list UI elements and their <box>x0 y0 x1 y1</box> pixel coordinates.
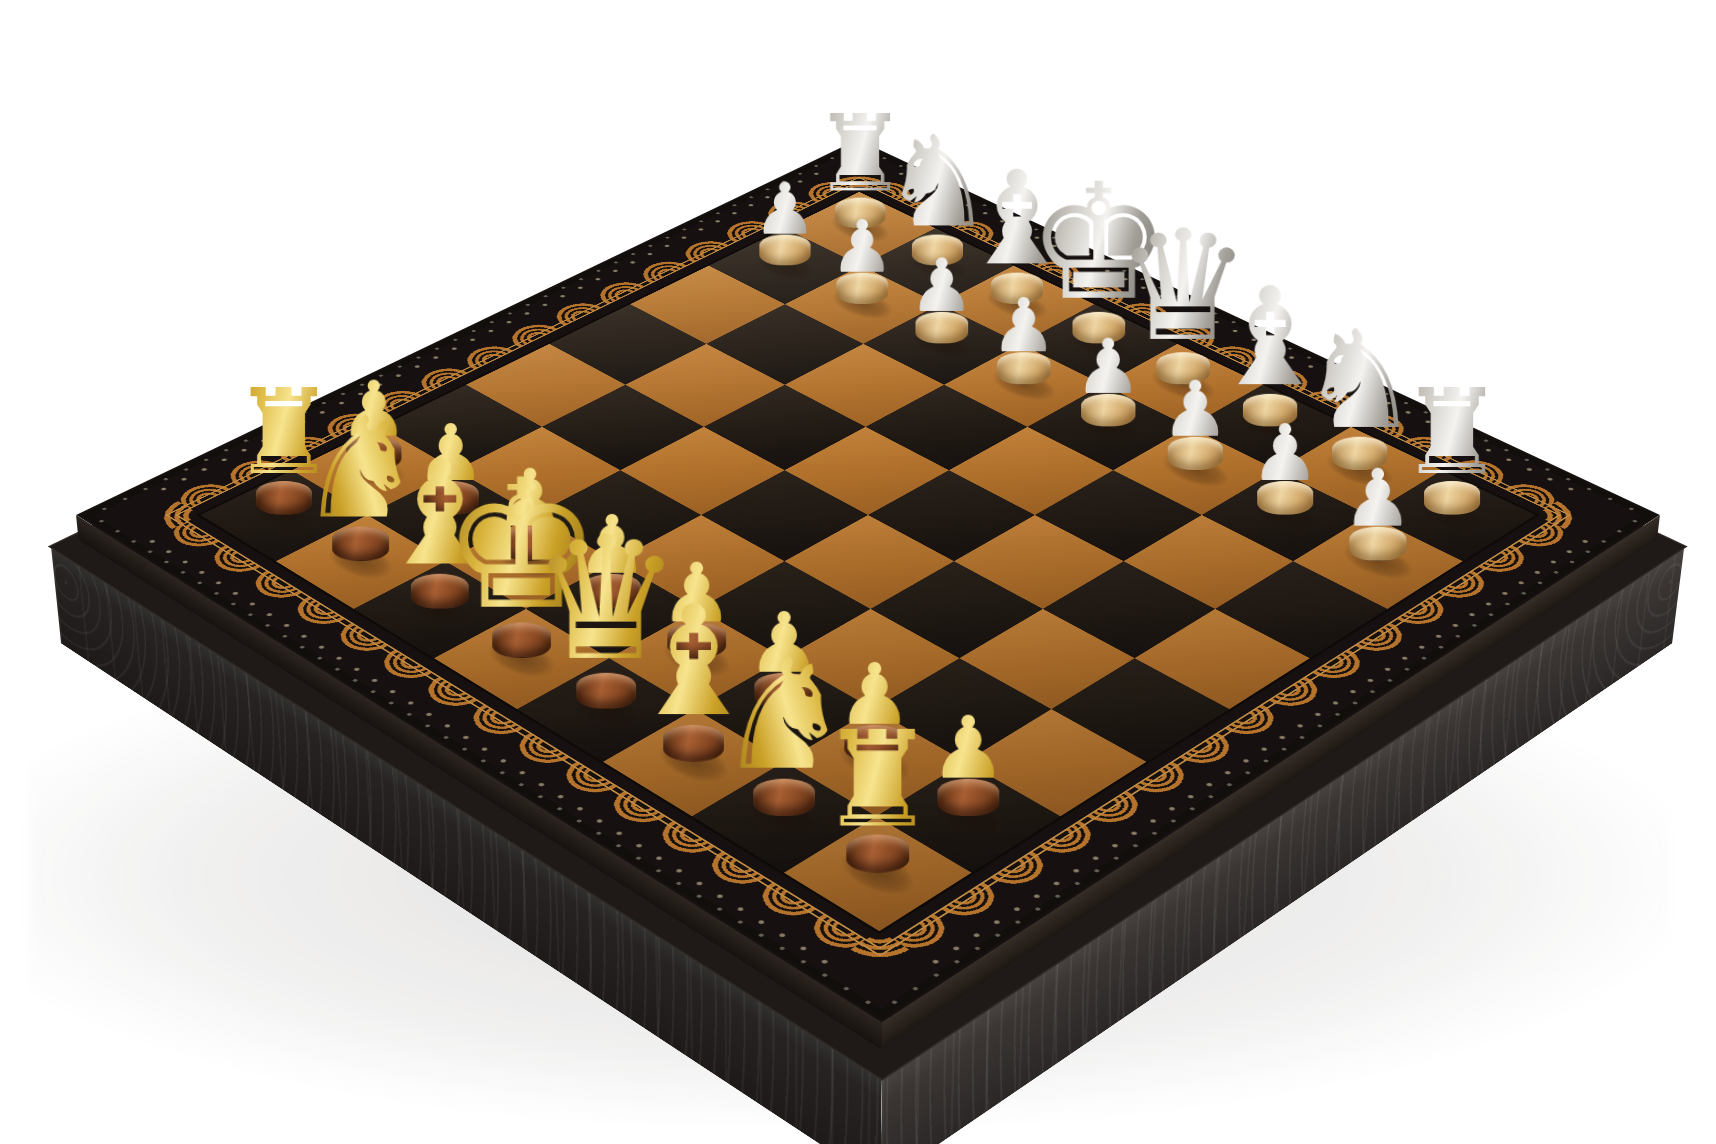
scene-3d: ♜♞♝♚♛♝♞♜♟♟♟♟♟♟♟♟♟♟♟♟♟♟♟♟♜♞♝♚♛♝♞♜ <box>0 0 1716 1144</box>
chess-box: ♜♞♝♚♛♝♞♜♟♟♟♟♟♟♟♟♟♟♟♟♟♟♟♟♜♞♝♚♛♝♞♜ <box>76 139 1660 1022</box>
wooden-pedestal <box>1349 527 1406 562</box>
gold-rook-glyph: ♜ <box>777 716 979 846</box>
product-photo-stage: ♜♞♝♚♛♝♞♜♟♟♟♟♟♟♟♟♟♟♟♟♟♟♟♟♜♞♝♚♛♝♞♜ <box>0 0 1716 1144</box>
wooden-pedestal <box>846 835 909 873</box>
silver-pawn-glyph: ♟ <box>1286 459 1469 537</box>
